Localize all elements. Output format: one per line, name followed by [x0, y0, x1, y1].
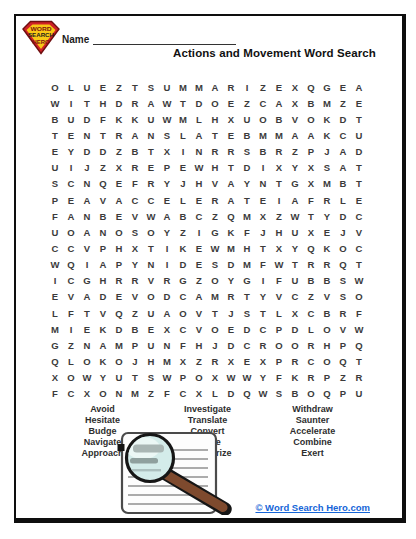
grid-cell: N — [159, 337, 175, 353]
grid-cell: O — [63, 370, 79, 386]
grid-cell: X — [303, 176, 319, 192]
grid-cell: E — [47, 144, 63, 160]
grid-cell: A — [111, 192, 127, 208]
grid-cell: I — [159, 257, 175, 273]
grid-cell: A — [271, 95, 287, 111]
grid-cell: N — [255, 176, 271, 192]
grid-cell: X — [287, 95, 303, 111]
grid-cell: R — [159, 273, 175, 289]
grid-cell: Y — [255, 370, 271, 386]
grid-cell: P — [47, 192, 63, 208]
grid-cell: M — [127, 386, 143, 402]
grid-cell: O — [111, 224, 127, 240]
grid-cell: P — [127, 337, 143, 353]
grid-cell: L — [175, 192, 191, 208]
grid-cell: H — [319, 337, 335, 353]
grid-cell: R — [303, 337, 319, 353]
grid-cell: N — [79, 127, 95, 143]
grid-cell: T — [143, 144, 159, 160]
grid-cell: E — [191, 192, 207, 208]
grid-cell: D — [191, 95, 207, 111]
grid-cell: D — [351, 144, 367, 160]
grid-cell: U — [143, 337, 159, 353]
grid-cell: R — [111, 273, 127, 289]
grid-cell: Q — [47, 353, 63, 369]
grid-cell: U — [287, 224, 303, 240]
grid-cell: E — [95, 79, 111, 95]
grid-cell: U — [63, 111, 79, 127]
grid-cell: K — [95, 321, 111, 337]
grid-cell: T — [351, 111, 367, 127]
grid-cell: Y — [319, 208, 335, 224]
grid-cell: W — [159, 95, 175, 111]
grid-cell: O — [47, 79, 63, 95]
grid-cell: D — [223, 257, 239, 273]
grid-cell: D — [111, 321, 127, 337]
grid-cell: Q — [303, 240, 319, 256]
grid-cell: W — [271, 257, 287, 273]
grid-cell: F — [351, 305, 367, 321]
grid-cell: R — [143, 176, 159, 192]
grid-cell: K — [319, 111, 335, 127]
grid-cell: D — [95, 144, 111, 160]
grid-cell: E — [223, 127, 239, 143]
grid-cell: C — [175, 321, 191, 337]
grid-cell: M — [271, 127, 287, 143]
grid-cell: T — [287, 257, 303, 273]
grid-cell: Y — [287, 240, 303, 256]
grid-cell: R — [127, 273, 143, 289]
grid-cell: L — [63, 79, 79, 95]
grid-cell: E — [143, 321, 159, 337]
grid-cell: H — [191, 176, 207, 192]
grid-cell: B — [255, 144, 271, 160]
grid-cell: T — [351, 257, 367, 273]
grid-cell: W — [143, 208, 159, 224]
grid-cell: M — [175, 79, 191, 95]
grid-cell: E — [223, 95, 239, 111]
grid-cell: U — [143, 111, 159, 127]
grid-cell: O — [287, 337, 303, 353]
grid-cell: M — [255, 127, 271, 143]
grid-cell: S — [335, 289, 351, 305]
grid-cell: L — [303, 321, 319, 337]
grid-cell: H — [271, 224, 287, 240]
grid-cell: C — [239, 337, 255, 353]
grid-cell: X — [191, 386, 207, 402]
grid-cell: I — [239, 79, 255, 95]
grid-cell: T — [79, 95, 95, 111]
grid-cell: V — [319, 289, 335, 305]
grid-cell: R — [223, 144, 239, 160]
name-blank-line — [93, 34, 236, 45]
grid-cell: E — [351, 95, 367, 111]
grid-cell: G — [79, 273, 95, 289]
grid-cell: W — [191, 160, 207, 176]
grid-cell: Z — [111, 144, 127, 160]
grid-cell: X — [127, 240, 143, 256]
grid-cell: R — [319, 257, 335, 273]
grid-cell: W — [79, 370, 95, 386]
grid-cell: E — [223, 321, 239, 337]
grid-cell: V — [127, 208, 143, 224]
grid-cell: O — [319, 353, 335, 369]
grid-cell: E — [63, 192, 79, 208]
grid-cell: R — [287, 353, 303, 369]
grid-cell: X — [223, 353, 239, 369]
word-list-item: Exert — [250, 448, 375, 459]
grid-cell: Y — [95, 370, 111, 386]
worksheet-frame: WORD SEARCH HERO Name Actions and Moveme… — [14, 14, 406, 523]
grid-cell: I — [191, 224, 207, 240]
grid-cell: F — [95, 111, 111, 127]
grid-cell: K — [223, 224, 239, 240]
grid-cell: D — [159, 289, 175, 305]
grid-cell: Q — [319, 386, 335, 402]
grid-cell: V — [287, 111, 303, 127]
grid-cell: T — [303, 208, 319, 224]
grid-cell: F — [47, 208, 63, 224]
grid-cell: P — [111, 257, 127, 273]
grid-cell: H — [239, 240, 255, 256]
grid-cell: R — [127, 160, 143, 176]
grid-cell: O — [335, 240, 351, 256]
grid-cell: S — [239, 305, 255, 321]
grid-cell: X — [175, 353, 191, 369]
grid-cell: Z — [175, 224, 191, 240]
grid-cell: K — [319, 240, 335, 256]
grid-cell: B — [95, 208, 111, 224]
grid-cell: G — [207, 224, 223, 240]
grid-cell: U — [111, 370, 127, 386]
magnifier-document-illustration — [104, 414, 244, 515]
grid-cell: F — [239, 224, 255, 240]
grid-cell: T — [255, 305, 271, 321]
grid-cell: R — [111, 127, 127, 143]
grid-cell: C — [143, 192, 159, 208]
grid-cell: H — [191, 337, 207, 353]
grid-cell: Z — [207, 208, 223, 224]
grid-cell: A — [303, 127, 319, 143]
grid-cell: A — [95, 257, 111, 273]
grid-cell: Q — [335, 353, 351, 369]
grid-cell: F — [303, 192, 319, 208]
grid-cell: P — [159, 160, 175, 176]
grid-cell: M — [319, 95, 335, 111]
grid-cell: M — [47, 321, 63, 337]
grid-cell: A — [207, 79, 223, 95]
grid-cell: X — [207, 370, 223, 386]
grid-cell: K — [175, 240, 191, 256]
grid-cell: H — [207, 111, 223, 127]
grid-cell: X — [303, 160, 319, 176]
grid-cell: C — [287, 289, 303, 305]
grid-cell: B — [319, 305, 335, 321]
grid-cell: A — [79, 289, 95, 305]
grid-cell: P — [271, 321, 287, 337]
grid-cell: Z — [287, 144, 303, 160]
grid-cell: Y — [127, 257, 143, 273]
word-list-item: Saunter — [250, 415, 375, 426]
grid-cell: I — [63, 321, 79, 337]
grid-cell: M — [207, 289, 223, 305]
grid-cell: I — [255, 273, 271, 289]
grid-cell: Y — [159, 176, 175, 192]
grid-cell: A — [191, 127, 207, 143]
grid-cell: Z — [191, 353, 207, 369]
grid-cell: U — [351, 386, 367, 402]
grid-cell: I — [271, 192, 287, 208]
grid-cell: D — [223, 337, 239, 353]
grid-cell: F — [47, 386, 63, 402]
grid-cell: M — [175, 111, 191, 127]
grid-cell: Q — [351, 337, 367, 353]
grid-cell: X — [271, 240, 287, 256]
grid-cell: W — [287, 208, 303, 224]
grid-cell: I — [255, 160, 271, 176]
grid-cell: L — [63, 353, 79, 369]
grid-cell: L — [271, 305, 287, 321]
grid-cell: C — [303, 305, 319, 321]
grid-cell: Y — [239, 176, 255, 192]
grid-cell: X — [287, 79, 303, 95]
grid-cell: E — [239, 353, 255, 369]
word-list-column: WithdrawSaunterAccelerateCombineExert — [250, 404, 375, 459]
grid-cell: P — [335, 337, 351, 353]
grid-cell: T — [207, 305, 223, 321]
grid-cell: D — [223, 386, 239, 402]
grid-cell: L — [191, 111, 207, 127]
grid-cell: C — [351, 208, 367, 224]
grid-cell: J — [127, 353, 143, 369]
grid-cell: J — [223, 305, 239, 321]
grid-cell: W — [351, 273, 367, 289]
grid-cell: F — [175, 337, 191, 353]
grid-cell: V — [95, 305, 111, 321]
grid-cell: S — [335, 273, 351, 289]
grid-cell: D — [79, 144, 95, 160]
grid-cell: E — [111, 208, 127, 224]
grid-cell: U — [239, 111, 255, 127]
grid-cell: Y — [223, 273, 239, 289]
grid-cell: D — [175, 257, 191, 273]
grid-cell: W — [255, 386, 271, 402]
grid-cell: E — [47, 289, 63, 305]
grid-cell: S — [319, 160, 335, 176]
grid-cell: Q — [335, 257, 351, 273]
grid-cell: F — [271, 370, 287, 386]
grid-cell: W — [223, 370, 239, 386]
grid-cell: D — [335, 208, 351, 224]
name-row: Name — [62, 34, 236, 45]
grid-cell: R — [207, 144, 223, 160]
grid-cell: X — [111, 160, 127, 176]
grid-cell: K — [319, 127, 335, 143]
grid-cell: R — [223, 289, 239, 305]
grid-cell: X — [255, 208, 271, 224]
grid-cell: M — [239, 257, 255, 273]
grid-cell: Q — [95, 176, 111, 192]
grid-cell: B — [303, 95, 319, 111]
grid-cell: K — [287, 370, 303, 386]
page-title: Actions and Movement Word Search — [173, 47, 376, 59]
grid-cell: W — [351, 321, 367, 337]
grid-cell: D — [335, 111, 351, 127]
grid-cell: V — [143, 273, 159, 289]
grid-cell: L — [47, 305, 63, 321]
grid-cell: T — [239, 192, 255, 208]
grid-cell: A — [143, 95, 159, 111]
grid-cell: P — [335, 386, 351, 402]
word-list-item: Accelerate — [250, 426, 375, 437]
grid-cell: Q — [239, 386, 255, 402]
grid-cell: A — [223, 192, 239, 208]
grid-cell: T — [351, 353, 367, 369]
grid-cell: C — [351, 240, 367, 256]
grid-cell: H — [95, 273, 111, 289]
grid-cell: E — [191, 240, 207, 256]
grid-cell: T — [143, 240, 159, 256]
grid-cell: U — [143, 305, 159, 321]
grid-cell: S — [271, 386, 287, 402]
grid-cell: P — [319, 370, 335, 386]
grid-cell: I — [159, 240, 175, 256]
grid-cell: O — [351, 289, 367, 305]
grid-cell: W — [239, 370, 255, 386]
grid-cell: M — [223, 240, 239, 256]
grid-cell: K — [127, 111, 143, 127]
grid-cell: R — [271, 144, 287, 160]
grid-cell: B — [127, 144, 143, 160]
grid-cell: T — [255, 240, 271, 256]
grid-cell: Z — [63, 337, 79, 353]
grid-cell: T — [175, 95, 191, 111]
grid-cell: N — [111, 386, 127, 402]
grid-cell: S — [207, 257, 223, 273]
grid-cell: Z — [239, 95, 255, 111]
grid-cell: E — [111, 289, 127, 305]
grid-cell: Z — [335, 370, 351, 386]
grid-cell: O — [191, 370, 207, 386]
grid-cell: M — [111, 337, 127, 353]
grid-cell: M — [239, 208, 255, 224]
grid-cell: X — [159, 321, 175, 337]
grid-cell: R — [303, 257, 319, 273]
word-list-item: Combine — [250, 437, 375, 448]
grid-cell: J — [79, 160, 95, 176]
grid-cell: T — [95, 127, 111, 143]
grid-cell: C — [63, 176, 79, 192]
grid-cell: T — [47, 127, 63, 143]
grid-cell: P — [175, 370, 191, 386]
grid-cell: R — [319, 192, 335, 208]
grid-cell: E — [143, 160, 159, 176]
grid-cell: U — [159, 79, 175, 95]
word-list-item: Withdraw — [250, 404, 375, 415]
grid-cell: E — [255, 192, 271, 208]
grid-cell: T — [127, 370, 143, 386]
grid-cell: J — [255, 224, 271, 240]
grid-cell: V — [191, 305, 207, 321]
grid-cell: E — [319, 224, 335, 240]
grid-cell: E — [335, 79, 351, 95]
grid-cell: C — [175, 386, 191, 402]
grid-cell: W — [159, 111, 175, 127]
grid-cell: Q — [303, 79, 319, 95]
grid-cell: C — [47, 240, 63, 256]
grid-cell: V — [79, 240, 95, 256]
grid-cell: O — [207, 321, 223, 337]
grid-cell: X — [303, 224, 319, 240]
word-search-hero-link[interactable]: © Word Search Hero.com — [255, 502, 370, 513]
grid-cell: Z — [143, 386, 159, 402]
grid-cell: V — [207, 176, 223, 192]
grid-cell: M — [159, 353, 175, 369]
grid-cell: B — [175, 208, 191, 224]
grid-cell: P — [271, 353, 287, 369]
grid-cell: P — [303, 144, 319, 160]
grid-cell: B — [271, 111, 287, 127]
grid-cell: T — [239, 289, 255, 305]
grid-cell: D — [239, 321, 255, 337]
grid-cell: P — [95, 240, 111, 256]
grid-cell: C — [255, 321, 271, 337]
grid-cell: V — [271, 289, 287, 305]
grid-cell: F — [255, 257, 271, 273]
grid-cell: R — [303, 370, 319, 386]
grid-cell: R — [255, 337, 271, 353]
grid-cell: M — [319, 176, 335, 192]
grid-cell: A — [223, 176, 239, 192]
grid-cell: C — [255, 95, 271, 111]
grid-cell: W — [47, 257, 63, 273]
grid-cell: Q — [223, 208, 239, 224]
grid-cell: A — [159, 305, 175, 321]
grid-cell: Y — [159, 224, 175, 240]
word-search-hero-logo: WORD SEARCH HERO — [22, 20, 60, 55]
grid-cell: N — [79, 208, 95, 224]
grid-cell: F — [271, 273, 287, 289]
grid-cell: O — [271, 337, 287, 353]
grid-cell: Z — [127, 305, 143, 321]
grid-cell: V — [335, 321, 351, 337]
grid-cell: B — [335, 176, 351, 192]
grid-cell: C — [175, 289, 191, 305]
grid-cell: O — [303, 111, 319, 127]
document-ink-square — [118, 444, 125, 451]
grid-cell: A — [63, 208, 79, 224]
grid-cell: R — [127, 95, 143, 111]
grid-cell: G — [287, 176, 303, 192]
grid-cell: V — [191, 321, 207, 337]
grid-cell: G — [47, 337, 63, 353]
grid-cell: X — [223, 111, 239, 127]
grid-cell: H — [111, 240, 127, 256]
grid-cell: A — [287, 127, 303, 143]
grid-cell: Z — [191, 273, 207, 289]
grid-cell: X — [255, 353, 271, 369]
grid-cell: G — [319, 79, 335, 95]
grid-cell: S — [239, 144, 255, 160]
grid-cell: T — [351, 176, 367, 192]
grid-cell: U — [47, 160, 63, 176]
grid-cell: E — [79, 321, 95, 337]
grid-cell: V — [63, 289, 79, 305]
grid-cell: C — [191, 208, 207, 224]
grid-cell: E — [175, 160, 191, 176]
grid-cell: C — [127, 192, 143, 208]
grid-cell: E — [111, 176, 127, 192]
